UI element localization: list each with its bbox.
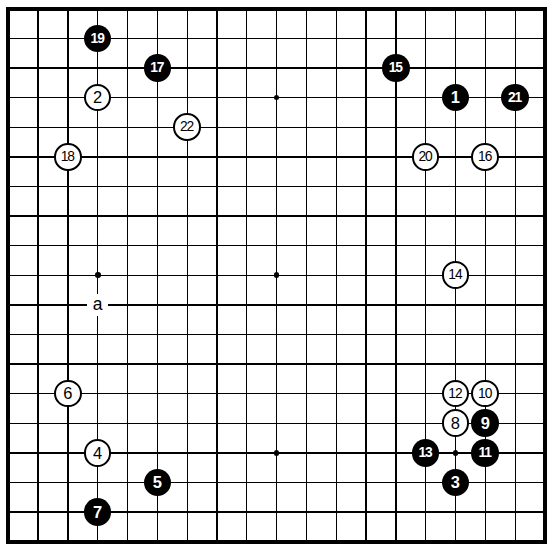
stone-black-17: 17: [144, 54, 172, 82]
move-number: 3: [451, 474, 460, 491]
move-number: 22: [180, 120, 193, 134]
move-number: 18: [61, 150, 74, 164]
move-number: 4: [93, 445, 102, 462]
move-number: 1: [451, 89, 460, 106]
move-number: 13: [418, 446, 431, 460]
stone-white-20: 20: [412, 143, 440, 171]
stone-black-1: 1: [442, 84, 470, 112]
stone-white-16: 16: [471, 143, 499, 171]
move-number: 20: [418, 150, 431, 164]
stone-white-4: 4: [84, 439, 112, 467]
move-number: 16: [478, 150, 491, 164]
stone-white-2: 2: [84, 84, 112, 112]
go-board: 12345678910111213141516171819202122a: [0, 0, 554, 556]
stone-black-3: 3: [442, 469, 470, 497]
stone-white-6: 6: [54, 380, 82, 408]
move-number: 8: [451, 415, 460, 432]
stone-white-14: 14: [442, 261, 470, 289]
stone-black-13: 13: [412, 439, 440, 467]
move-number: 14: [448, 268, 461, 282]
stone-white-18: 18: [54, 143, 82, 171]
go-diagram: 12345678910111213141516171819202122a: [0, 0, 554, 556]
point-label-a: a: [87, 294, 108, 316]
move-number: 7: [93, 504, 102, 521]
move-number: 10: [478, 387, 491, 401]
move-number: 17: [150, 61, 163, 75]
move-number: 9: [481, 415, 490, 432]
move-number: 19: [91, 32, 104, 46]
stone-black-21: 21: [501, 84, 529, 112]
stone-black-15: 15: [382, 54, 410, 82]
move-number: 6: [63, 385, 72, 402]
stone-white-8: 8: [442, 409, 470, 437]
stone-white-22: 22: [173, 113, 201, 141]
move-number: 15: [389, 61, 402, 75]
stone-black-9: 9: [471, 409, 499, 437]
move-number: 5: [153, 474, 162, 491]
move-number: 11: [478, 446, 491, 460]
move-number: 21: [508, 91, 521, 105]
stone-white-12: 12: [442, 380, 470, 408]
stone-black-11: 11: [471, 439, 499, 467]
move-number: 2: [93, 89, 102, 106]
stone-white-10: 10: [471, 380, 499, 408]
stone-black-19: 19: [84, 25, 112, 53]
stone-black-7: 7: [84, 498, 112, 526]
move-number: 12: [448, 387, 461, 401]
stone-black-5: 5: [144, 469, 172, 497]
